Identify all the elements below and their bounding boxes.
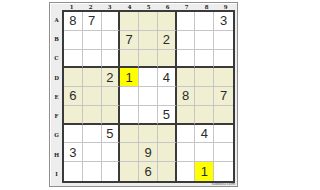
cell-C8[interactable]: [195, 50, 214, 69]
cell-H7[interactable]: [177, 143, 196, 162]
cell-C5[interactable]: [139, 50, 158, 69]
cell-F5[interactable]: [139, 106, 158, 125]
cell-A8[interactable]: [195, 12, 214, 31]
cell-G7[interactable]: [177, 125, 196, 144]
cell-I1[interactable]: [64, 162, 83, 181]
cell-F8[interactable]: [195, 106, 214, 125]
cell-A7[interactable]: [177, 12, 196, 31]
col-label-3: 3: [104, 4, 117, 9]
sudoku-grid: 873722146875543961: [62, 10, 235, 183]
watermark: sudoku.com: [211, 181, 235, 186]
cell-C9[interactable]: [214, 50, 233, 69]
col-label-5: 5: [142, 4, 155, 9]
cell-F3[interactable]: [102, 106, 121, 125]
cell-D6[interactable]: 4: [158, 68, 177, 87]
cell-G9[interactable]: [214, 125, 233, 144]
cell-C7[interactable]: [177, 50, 196, 69]
cell-B3[interactable]: [102, 31, 121, 50]
cell-H1[interactable]: 3: [64, 143, 83, 162]
cell-G2[interactable]: [83, 125, 102, 144]
cell-E9[interactable]: 7: [214, 87, 233, 106]
cell-A4[interactable]: [120, 12, 139, 31]
cell-D9[interactable]: [214, 68, 233, 87]
cell-G3[interactable]: 5: [102, 125, 121, 144]
cell-A3[interactable]: [102, 12, 121, 31]
cell-B8[interactable]: [195, 31, 214, 50]
cell-G6[interactable]: [158, 125, 177, 144]
cell-F6[interactable]: 5: [158, 106, 177, 125]
cell-I4[interactable]: [120, 162, 139, 181]
cell-B5[interactable]: [139, 31, 158, 50]
cell-H3[interactable]: [102, 143, 121, 162]
cell-H8[interactable]: [195, 143, 214, 162]
cell-I5[interactable]: 6: [139, 162, 158, 181]
col-label-8: 8: [200, 4, 213, 9]
cell-H5[interactable]: 9: [139, 143, 158, 162]
cell-C4[interactable]: [120, 50, 139, 69]
cell-E7[interactable]: 8: [177, 87, 196, 106]
cell-A9[interactable]: 3: [214, 12, 233, 31]
row-label-G: G: [53, 128, 60, 141]
cell-E2[interactable]: [83, 87, 102, 106]
cell-A1[interactable]: 8: [64, 12, 83, 31]
cell-D5[interactable]: [139, 68, 158, 87]
cell-I8[interactable]: 1: [195, 162, 214, 181]
cell-E4[interactable]: [120, 87, 139, 106]
row-label-I: I: [53, 167, 60, 180]
cell-E6[interactable]: [158, 87, 177, 106]
cell-G5[interactable]: [139, 125, 158, 144]
cell-A2[interactable]: 7: [83, 12, 102, 31]
cell-I3[interactable]: [102, 162, 121, 181]
cell-F1[interactable]: [64, 106, 83, 125]
cell-E8[interactable]: [195, 87, 214, 106]
cell-A5[interactable]: [139, 12, 158, 31]
row-label-C: C: [53, 52, 60, 65]
cell-I7[interactable]: [177, 162, 196, 181]
cell-B1[interactable]: [64, 31, 83, 50]
row-label-H: H: [53, 148, 60, 161]
row-labels: ABCDEFGHI: [51, 10, 62, 183]
cell-C1[interactable]: [64, 50, 83, 69]
cell-E1[interactable]: 6: [64, 87, 83, 106]
cell-I9[interactable]: [214, 162, 233, 181]
row-label-A: A: [53, 13, 60, 26]
row-label-D: D: [53, 71, 60, 84]
cell-H9[interactable]: [214, 143, 233, 162]
cell-D4[interactable]: 1: [120, 68, 139, 87]
cell-E3[interactable]: [102, 87, 121, 106]
cell-B2[interactable]: [83, 31, 102, 50]
cell-H4[interactable]: [120, 143, 139, 162]
cell-G1[interactable]: [64, 125, 83, 144]
cell-H6[interactable]: [158, 143, 177, 162]
cell-C6[interactable]: [158, 50, 177, 69]
sudoku-board: 123456789 ABCDEFGHI 873722146875543961 s…: [49, 2, 238, 187]
cell-B9[interactable]: [214, 31, 233, 50]
cell-D7[interactable]: [177, 68, 196, 87]
cell-B7[interactable]: [177, 31, 196, 50]
cell-B6[interactable]: 2: [158, 31, 177, 50]
cell-F2[interactable]: [83, 106, 102, 125]
cell-B4[interactable]: 7: [120, 31, 139, 50]
cell-C3[interactable]: [102, 50, 121, 69]
cell-F4[interactable]: [120, 106, 139, 125]
cell-D2[interactable]: [83, 68, 102, 87]
cell-A6[interactable]: [158, 12, 177, 31]
cell-C2[interactable]: [83, 50, 102, 69]
col-label-2: 2: [84, 4, 97, 9]
col-label-1: 1: [65, 4, 78, 9]
cell-D1[interactable]: [64, 68, 83, 87]
cell-I6[interactable]: [158, 162, 177, 181]
col-label-9: 9: [219, 4, 232, 9]
cell-E5[interactable]: [139, 87, 158, 106]
col-label-4: 4: [123, 4, 136, 9]
cell-D3[interactable]: 2: [102, 68, 121, 87]
col-label-7: 7: [180, 4, 193, 9]
cell-F9[interactable]: [214, 106, 233, 125]
cell-D8[interactable]: [195, 68, 214, 87]
row-label-E: E: [53, 90, 60, 103]
col-label-6: 6: [161, 4, 174, 9]
row-label-F: F: [53, 109, 60, 122]
cell-I2[interactable]: [83, 162, 102, 181]
row-label-B: B: [53, 32, 60, 45]
page: 123456789 ABCDEFGHI 873722146875543961 s…: [0, 0, 320, 190]
cell-G4[interactable]: [120, 125, 139, 144]
cell-G8[interactable]: 4: [195, 125, 214, 144]
cell-F7[interactable]: [177, 106, 196, 125]
cell-H2[interactable]: [83, 143, 102, 162]
